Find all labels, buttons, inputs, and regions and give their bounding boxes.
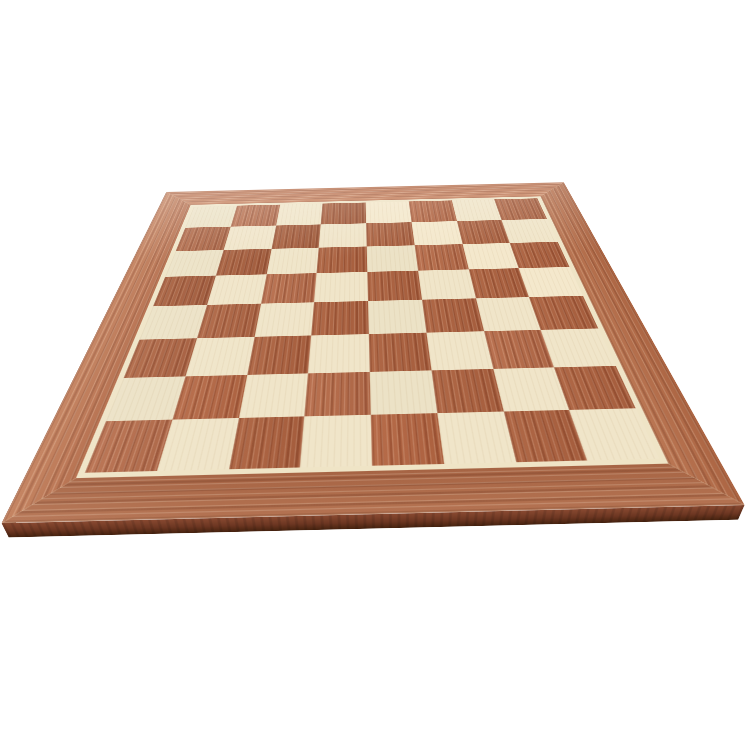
square-d3: [308, 334, 369, 373]
square-c5: [261, 273, 317, 303]
square-g7: [457, 220, 510, 244]
square-c7: [271, 224, 321, 248]
chess-board: [2, 182, 745, 523]
square-g1: [503, 410, 587, 462]
square-d2: [305, 372, 371, 417]
square-e1: [371, 413, 444, 465]
square-b6: [216, 249, 272, 276]
square-e2: [370, 370, 437, 415]
square-f2: [431, 369, 503, 414]
square-d1: [300, 415, 372, 468]
square-g8: [451, 199, 501, 221]
square-b7: [223, 225, 275, 249]
square-a7: [176, 227, 231, 251]
square-d7: [319, 223, 367, 247]
square-h7: [502, 219, 558, 243]
square-f1: [437, 412, 516, 464]
square-f3: [426, 331, 493, 370]
square-a4: [139, 305, 206, 340]
square-g2: [493, 367, 570, 412]
square-c4: [254, 302, 314, 336]
square-f7: [411, 221, 462, 245]
square-c6: [266, 247, 319, 274]
square-a3: [124, 338, 197, 377]
square-a1: [85, 420, 172, 473]
square-g6: [462, 243, 519, 270]
square-b4: [197, 304, 261, 338]
square-h1: [569, 408, 659, 460]
square-b1: [157, 418, 239, 471]
square-a2: [106, 376, 185, 421]
square-h8: [494, 198, 547, 220]
square-a6: [165, 250, 223, 277]
board-top-surface: [2, 182, 745, 523]
square-f8: [409, 200, 457, 222]
square-f4: [422, 298, 484, 332]
square-d5: [314, 272, 368, 302]
square-c1: [228, 417, 304, 470]
square-b3: [185, 337, 254, 376]
square-c2: [238, 373, 308, 418]
square-h4: [529, 296, 598, 330]
square-c3: [247, 335, 312, 374]
square-b5: [207, 274, 266, 304]
square-a8: [185, 206, 237, 228]
square-d6: [317, 246, 368, 273]
square-e4: [368, 300, 426, 334]
square-c8: [276, 204, 323, 226]
square-h5: [519, 267, 583, 297]
square-h6: [510, 242, 570, 269]
square-e3: [369, 332, 431, 371]
square-d8: [321, 203, 366, 225]
camera-tilt: [0, 0, 750, 750]
square-e5: [367, 271, 421, 301]
square-b8: [230, 205, 279, 227]
square-e6: [367, 245, 418, 272]
square-g4: [475, 297, 540, 331]
board-frame-left: [2, 191, 197, 523]
board-frame-right: [534, 182, 745, 506]
square-b2: [172, 375, 247, 420]
square-f5: [418, 270, 476, 300]
product-photo: [0, 0, 750, 750]
square-d4: [311, 301, 368, 335]
square-h3: [541, 328, 616, 367]
square-e7: [366, 222, 414, 246]
square-h2: [554, 366, 636, 411]
square-g3: [483, 330, 554, 369]
square-f6: [414, 244, 468, 271]
square-e8: [366, 201, 412, 223]
square-a5: [153, 276, 216, 307]
